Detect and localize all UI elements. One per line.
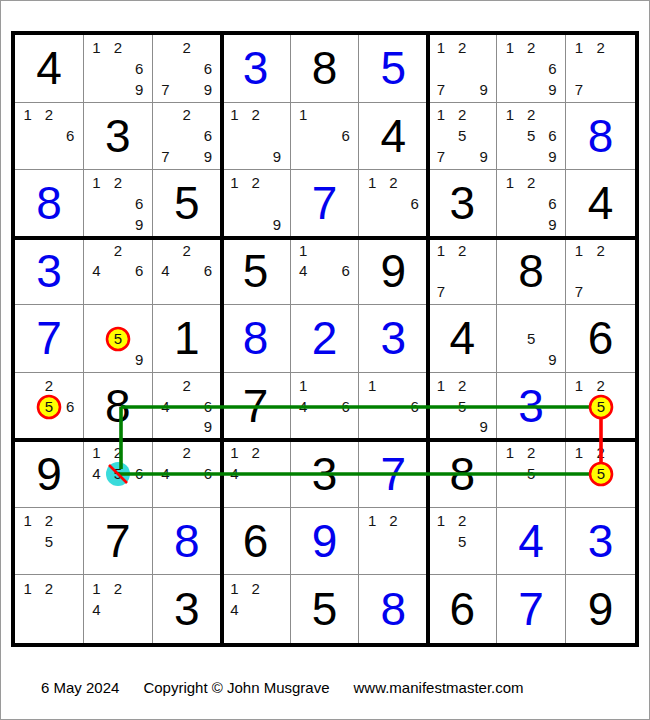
candidate-7 (17, 146, 38, 167)
cell-r4c2[interactable]: 246 (84, 238, 153, 306)
candidate-8 (383, 416, 404, 437)
cell-r2c8[interactable]: 12569 (497, 103, 566, 171)
cell-r4c4[interactable]: 5 (222, 238, 291, 306)
cell-r6c9[interactable]: 125 (566, 373, 635, 441)
candidate-2 (107, 307, 128, 328)
candidate-4: 4 (224, 599, 245, 620)
solved-digit: 9 (312, 518, 338, 564)
candidate-7 (361, 214, 382, 235)
cell-r1c7[interactable]: 1279 (428, 35, 497, 103)
candidate-5 (590, 58, 612, 79)
candidate-2: 2 (521, 37, 542, 58)
candidate-3 (266, 442, 287, 463)
cell-r5c6[interactable]: 3 (359, 305, 428, 373)
candidate-7 (499, 484, 520, 505)
candidate-4: 4 (224, 463, 245, 484)
given-digit: 6 (243, 518, 269, 564)
candidate-1: 1 (430, 375, 451, 396)
candidates: 125 (430, 510, 494, 573)
cell-r2c5[interactable]: 16 (291, 103, 360, 171)
candidate-9 (611, 484, 633, 505)
given-digit: 8 (105, 383, 131, 429)
cell-r7c8[interactable]: 125 (497, 440, 566, 508)
candidate-2: 2 (245, 442, 266, 463)
solved-digit: 8 (381, 586, 407, 632)
candidate-9 (611, 281, 633, 302)
solved-digit: 5 (381, 45, 407, 91)
cell-r4c1[interactable]: 3 (15, 238, 84, 306)
candidate-6: 6 (404, 396, 425, 417)
cell-r3c4[interactable]: 129 (222, 170, 291, 238)
candidate-5 (176, 58, 197, 79)
given-digit: 4 (449, 315, 475, 361)
candidate-2: 2 (383, 172, 404, 193)
sudoku-board: 4126926793851279126912712632679129164125… (11, 31, 639, 647)
cell-r6c8[interactable]: 3 (497, 373, 566, 441)
candidates: 12579 (430, 105, 494, 168)
cell-r8c2[interactable]: 7 (84, 508, 153, 576)
cell-r4c3[interactable]: 246 (153, 238, 222, 306)
candidate-6 (266, 193, 287, 214)
cell-r7c2[interactable]: 12456 (84, 440, 153, 508)
candidate-1: 1 (568, 37, 590, 58)
cell-r3c6[interactable]: 126 (359, 170, 428, 238)
candidate-3 (128, 37, 149, 58)
cell-r7c5[interactable]: 3 (291, 440, 360, 508)
cell-r4c8[interactable]: 8 (497, 238, 566, 306)
candidate-4 (499, 328, 520, 349)
candidate-9: 9 (128, 349, 149, 370)
candidate-1: 1 (224, 577, 245, 598)
candidate-5 (245, 193, 266, 214)
candidate-3 (335, 105, 356, 126)
candidate-2: 2 (38, 375, 59, 396)
candidate-9 (335, 416, 356, 437)
cell-r9c9[interactable]: 9 (566, 575, 635, 643)
cell-r2c2[interactable]: 3 (84, 103, 153, 171)
candidate-9: 9 (266, 146, 287, 167)
candidate-4 (17, 396, 38, 417)
given-digit: 3 (449, 180, 475, 226)
candidate-9: 9 (266, 214, 287, 235)
candidate-5: 5 (452, 396, 473, 417)
candidate-7: 7 (430, 146, 451, 167)
cell-r1c8[interactable]: 1269 (497, 35, 566, 103)
cell-r6c3[interactable]: 2469 (153, 373, 222, 441)
cell-r2c6[interactable]: 4 (359, 103, 428, 171)
candidate-6: 6 (542, 193, 563, 214)
candidate-3 (542, 172, 563, 193)
candidate-9 (60, 146, 81, 167)
cell-r4c7[interactable]: 127 (428, 238, 497, 306)
cell-r5c1[interactable]: 7 (15, 305, 84, 373)
candidate-2: 2 (245, 105, 266, 126)
cell-r3c3[interactable]: 5 (153, 170, 222, 238)
candidate-4 (361, 396, 382, 417)
candidate-6 (611, 58, 633, 79)
cell-r2c9[interactable]: 8 (566, 103, 635, 171)
candidate-9: 9 (473, 79, 494, 100)
candidate-4 (86, 328, 107, 349)
candidate-1: 1 (499, 172, 520, 193)
box-separator-vertical-1 (220, 35, 224, 643)
cell-r5c5[interactable]: 2 (291, 305, 360, 373)
candidate-3 (128, 172, 149, 193)
candidate-8 (38, 416, 59, 437)
candidate-2: 2 (590, 442, 612, 463)
candidate-6 (473, 58, 494, 79)
candidate-7 (568, 484, 590, 505)
candidate-7 (430, 416, 451, 437)
candidate-6 (128, 328, 149, 349)
candidate-2: 2 (590, 37, 612, 58)
candidate-6: 6 (542, 58, 563, 79)
candidate-4: 4 (86, 261, 107, 282)
candidates: 146 (293, 375, 357, 438)
candidate-1 (155, 37, 176, 58)
candidate-3 (542, 37, 563, 58)
candidate-6: 6 (335, 125, 356, 146)
cell-r8c6[interactable]: 12 (359, 508, 428, 576)
candidate-1: 1 (17, 510, 38, 531)
candidate-1: 1 (86, 172, 107, 193)
candidate-8 (452, 146, 473, 167)
candidate-7 (17, 416, 38, 437)
candidate-4 (293, 125, 314, 146)
cell-r1c3[interactable]: 2679 (153, 35, 222, 103)
candidate-8 (245, 620, 266, 641)
candidate-5: 5 (590, 396, 612, 417)
candidate-3 (60, 577, 81, 598)
candidate-9: 9 (197, 416, 218, 437)
cell-r1c6[interactable]: 5 (359, 35, 428, 103)
given-digit: 9 (381, 248, 407, 294)
candidate-4 (430, 261, 451, 282)
candidate-6: 6 (197, 396, 218, 417)
candidate-3 (473, 37, 494, 58)
candidate-9: 9 (197, 146, 218, 167)
cell-r2c1[interactable]: 126 (15, 103, 84, 171)
candidate-3 (611, 37, 633, 58)
candidate-3 (473, 375, 494, 396)
candidate-4: 4 (86, 599, 107, 620)
cell-r6c6[interactable]: 16 (359, 373, 428, 441)
cell-r9c1[interactable]: 12 (15, 575, 84, 643)
cell-r8c7[interactable]: 125 (428, 508, 497, 576)
candidate-1: 1 (224, 172, 245, 193)
candidate-1: 1 (86, 442, 107, 463)
cell-r8c8[interactable]: 4 (497, 508, 566, 576)
candidates: 126 (361, 172, 425, 235)
cell-r6c4[interactable]: 7 (222, 373, 291, 441)
cell-r7c3[interactable]: 246 (153, 440, 222, 508)
cell-r5c4[interactable]: 8 (222, 305, 291, 373)
candidate-5 (107, 58, 128, 79)
cell-r8c9[interactable]: 3 (566, 508, 635, 576)
candidate-7 (499, 146, 520, 167)
candidate-4 (17, 599, 38, 620)
candidates: 12456 (86, 442, 150, 505)
candidate-6: 6 (335, 261, 356, 282)
candidate-6 (473, 261, 494, 282)
candidate-1: 1 (430, 105, 451, 126)
candidate-2 (383, 375, 404, 396)
cell-r1c5[interactable]: 8 (291, 35, 360, 103)
candidate-1 (155, 375, 176, 396)
cell-r8c4[interactable]: 6 (222, 508, 291, 576)
candidate-4 (224, 125, 245, 146)
candidate-9 (128, 281, 149, 302)
sudoku-grid: 4126926793851279126912712632679129164125… (15, 35, 635, 643)
candidate-4 (499, 58, 520, 79)
given-digit: 6 (449, 586, 475, 632)
cell-r3c7[interactable]: 3 (428, 170, 497, 238)
candidate-1: 1 (499, 37, 520, 58)
candidate-1: 1 (499, 442, 520, 463)
given-digit: 8 (518, 248, 544, 294)
candidate-8 (383, 214, 404, 235)
candidates: 16 (361, 375, 425, 438)
candidate-7 (86, 281, 107, 302)
candidate-3 (473, 240, 494, 261)
candidate-4: 4 (155, 396, 176, 417)
cell-r5c8[interactable]: 59 (497, 305, 566, 373)
candidate-5: 5 (452, 531, 473, 552)
candidate-8 (107, 79, 128, 100)
candidates: 129 (224, 105, 288, 168)
footer-website: www.manifestmaster.com (354, 679, 524, 696)
candidate-5 (107, 599, 128, 620)
candidate-8 (38, 146, 59, 167)
candidate-7 (568, 416, 590, 437)
candidate-2 (314, 105, 335, 126)
candidate-1: 1 (361, 510, 382, 531)
candidate-2: 2 (521, 442, 542, 463)
cell-r1c9[interactable]: 127 (566, 35, 635, 103)
candidate-7 (155, 281, 176, 302)
candidate-9: 9 (542, 79, 563, 100)
candidate-1: 1 (224, 442, 245, 463)
cell-r3c2[interactable]: 1269 (84, 170, 153, 238)
candidate-2: 2 (107, 240, 128, 261)
candidate-8 (452, 416, 473, 437)
candidate-7 (155, 416, 176, 437)
cell-r6c7[interactable]: 1259 (428, 373, 497, 441)
candidate-4 (17, 125, 38, 146)
candidate-9 (404, 552, 425, 573)
candidate-7: 7 (430, 79, 451, 100)
cell-r4c9[interactable]: 127 (566, 238, 635, 306)
candidate-7 (499, 349, 520, 370)
candidate-6: 6 (197, 125, 218, 146)
candidate-7 (224, 214, 245, 235)
candidate-1: 1 (86, 37, 107, 58)
cell-r1c2[interactable]: 1269 (84, 35, 153, 103)
candidate-4 (430, 58, 451, 79)
candidate-3 (335, 375, 356, 396)
cell-r7c4[interactable]: 124 (222, 440, 291, 508)
cell-r9c7[interactable]: 6 (428, 575, 497, 643)
candidate-6: 6 (335, 396, 356, 417)
cell-r3c9[interactable]: 4 (566, 170, 635, 238)
candidate-5 (452, 58, 473, 79)
solved-digit: 8 (588, 113, 614, 159)
candidate-7 (430, 552, 451, 573)
candidate-9: 9 (542, 146, 563, 167)
candidate-7 (155, 484, 176, 505)
candidate-1 (86, 240, 107, 261)
candidates: 124 (224, 577, 288, 641)
cell-r9c3[interactable]: 3 (153, 575, 222, 643)
candidates: 1269 (86, 37, 150, 100)
candidate-5: 5 (521, 328, 542, 349)
cell-r5c7[interactable]: 4 (428, 305, 497, 373)
cell-r1c4[interactable]: 3 (222, 35, 291, 103)
cell-r7c1[interactable]: 9 (15, 440, 84, 508)
candidate-4 (430, 125, 451, 146)
candidate-9 (128, 620, 149, 641)
candidate-1: 1 (430, 510, 451, 531)
candidate-8 (245, 484, 266, 505)
candidate-2: 2 (590, 375, 612, 396)
candidate-6 (542, 463, 563, 484)
candidate-1: 1 (430, 37, 451, 58)
cell-r4c6[interactable]: 9 (359, 238, 428, 306)
candidate-1: 1 (568, 442, 590, 463)
candidate-7 (224, 620, 245, 641)
candidate-6: 6 (128, 261, 149, 282)
candidate-4: 4 (155, 463, 176, 484)
footer-copyright: Copyright © John Musgrave (143, 679, 329, 696)
cell-r6c2[interactable]: 8 (84, 373, 153, 441)
cell-r2c4[interactable]: 129 (222, 103, 291, 171)
cell-r7c6[interactable]: 7 (359, 440, 428, 508)
cell-r1c1[interactable]: 4 (15, 35, 84, 103)
candidate-4 (86, 58, 107, 79)
candidate-2: 2 (107, 442, 128, 463)
candidate-7: 7 (568, 281, 590, 302)
box-separator-vertical-2 (426, 35, 430, 643)
candidate-7 (86, 349, 107, 370)
solved-digit: 4 (518, 518, 544, 564)
candidate-3 (404, 172, 425, 193)
solved-digit: 3 (36, 248, 62, 294)
cell-r8c3[interactable]: 8 (153, 508, 222, 576)
cell-r4c5[interactable]: 146 (291, 238, 360, 306)
candidate-4 (430, 531, 451, 552)
candidate-1 (86, 307, 107, 328)
cell-r9c8[interactable]: 7 (497, 575, 566, 643)
cell-r9c5[interactable]: 5 (291, 575, 360, 643)
candidate-8 (176, 281, 197, 302)
box-separator-horizontal-1 (15, 236, 635, 240)
candidates: 2469 (155, 375, 219, 438)
cell-r5c3[interactable]: 1 (153, 305, 222, 373)
candidate-6 (404, 531, 425, 552)
candidate-1: 1 (568, 240, 590, 261)
candidate-9 (542, 484, 563, 505)
candidate-2: 2 (38, 577, 59, 598)
candidate-2 (314, 240, 335, 261)
candidate-6 (611, 463, 633, 484)
cell-r6c5[interactable]: 146 (291, 373, 360, 441)
candidate-6 (611, 261, 633, 282)
candidates: 246 (155, 240, 219, 303)
cell-r9c6[interactable]: 8 (359, 575, 428, 643)
cell-r5c2[interactable]: 59 (84, 305, 153, 373)
candidate-5: 5 (521, 463, 542, 484)
candidate-6: 6 (128, 193, 149, 214)
candidate-3 (266, 577, 287, 598)
solved-digit: 8 (243, 315, 269, 361)
solved-digit: 3 (518, 383, 544, 429)
solved-digit: 7 (381, 451, 407, 497)
candidate-9 (266, 484, 287, 505)
cell-r3c8[interactable]: 1269 (497, 170, 566, 238)
given-digit: 5 (174, 180, 200, 226)
candidate-6 (542, 328, 563, 349)
candidates: 1269 (499, 172, 563, 235)
candidate-1: 1 (499, 105, 520, 126)
cell-r8c1[interactable]: 125 (15, 508, 84, 576)
candidate-9 (473, 281, 494, 302)
cell-r2c3[interactable]: 2679 (153, 103, 222, 171)
cell-r3c1[interactable]: 8 (15, 170, 84, 238)
cell-r5c9[interactable]: 6 (566, 305, 635, 373)
candidate-5 (245, 599, 266, 620)
candidate-6: 6 (128, 463, 149, 484)
cell-r7c7[interactable]: 8 (428, 440, 497, 508)
candidate-5 (176, 261, 197, 282)
candidate-4 (361, 193, 382, 214)
cell-r2c7[interactable]: 12579 (428, 103, 497, 171)
given-digit: 4 (588, 180, 614, 226)
page: 4126926793851279126912712632679129164125… (0, 0, 650, 720)
candidates: 125 (17, 510, 81, 573)
candidate-9 (197, 281, 218, 302)
candidate-7 (293, 416, 314, 437)
cell-r6c1[interactable]: 256 (15, 373, 84, 441)
candidate-7 (224, 484, 245, 505)
candidate-4 (430, 396, 451, 417)
candidate-7: 7 (568, 79, 590, 100)
candidates: 127 (430, 240, 494, 303)
cell-r9c4[interactable]: 124 (222, 575, 291, 643)
candidate-4 (568, 396, 590, 417)
given-digit: 3 (312, 451, 338, 497)
candidates: 125 (568, 442, 633, 505)
cell-r3c5[interactable]: 7 (291, 170, 360, 238)
candidate-3 (128, 577, 149, 598)
candidate-3 (266, 105, 287, 126)
candidate-2: 2 (452, 510, 473, 531)
candidate-8 (107, 349, 128, 370)
candidate-1: 1 (224, 105, 245, 126)
candidate-8 (245, 146, 266, 167)
candidate-9 (128, 484, 149, 505)
cell-r8c5[interactable]: 9 (291, 508, 360, 576)
candidates: 129 (224, 172, 288, 235)
candidate-8 (107, 484, 128, 505)
cell-r9c2[interactable]: 124 (84, 575, 153, 643)
cell-r7c9[interactable]: 125 (566, 440, 635, 508)
candidate-4 (224, 193, 245, 214)
candidate-8 (521, 484, 542, 505)
candidate-9: 9 (473, 416, 494, 437)
candidate-5: 5 (452, 125, 473, 146)
given-digit: 9 (588, 586, 614, 632)
candidate-9 (266, 620, 287, 641)
